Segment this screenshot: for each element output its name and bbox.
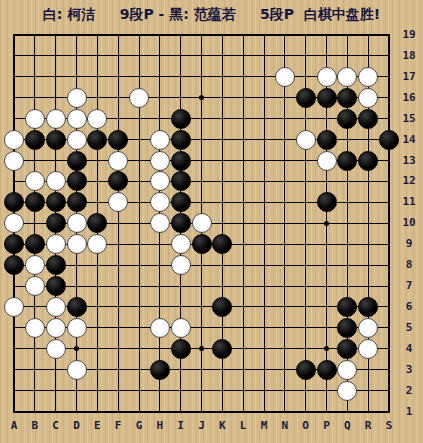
col-label-A: A [3, 419, 25, 432]
row-label-17: 17 [398, 70, 420, 83]
col-label-R: R [357, 419, 379, 432]
stone-white-C12 [46, 171, 66, 191]
col-label-N: N [274, 419, 296, 432]
stone-white-D9 [67, 234, 87, 254]
col-label-E: E [86, 419, 108, 432]
grid-vline [264, 34, 265, 413]
stone-black-Q6 [337, 297, 357, 317]
stone-black-P16 [317, 88, 337, 108]
row-label-2: 2 [398, 384, 420, 397]
stone-black-R6 [358, 297, 378, 317]
col-label-G: G [128, 419, 150, 432]
stone-white-B12 [25, 171, 45, 191]
stone-white-O14 [296, 130, 316, 150]
stone-black-K6 [212, 297, 232, 317]
stone-white-A14 [4, 130, 24, 150]
stone-black-A9 [4, 234, 24, 254]
stone-black-E10 [87, 213, 107, 233]
stone-white-Q2 [337, 381, 357, 401]
stone-white-H14 [150, 130, 170, 150]
row-label-8: 8 [398, 258, 420, 271]
stone-white-H11 [150, 192, 170, 212]
stone-white-I9 [171, 234, 191, 254]
stone-white-G16 [129, 88, 149, 108]
row-label-14: 14 [398, 133, 420, 146]
stone-white-E9 [87, 234, 107, 254]
col-label-H: H [149, 419, 171, 432]
stone-black-R13 [358, 151, 378, 171]
stone-black-D12 [67, 171, 87, 191]
stone-white-D14 [67, 130, 87, 150]
stone-white-H12 [150, 171, 170, 191]
stone-white-B8 [25, 255, 45, 275]
row-label-5: 5 [398, 321, 420, 334]
stone-black-O3 [296, 360, 316, 380]
stone-white-N17 [275, 67, 295, 87]
stone-black-E14 [87, 130, 107, 150]
stone-white-C9 [46, 234, 66, 254]
stone-white-J10 [192, 213, 212, 233]
grid-hline [13, 390, 390, 391]
stone-black-J9 [192, 234, 212, 254]
stone-black-F12 [108, 171, 128, 191]
row-label-19: 19 [398, 28, 420, 41]
stone-black-Q16 [337, 88, 357, 108]
row-label-10: 10 [398, 216, 420, 229]
col-label-M: M [253, 419, 275, 432]
stone-white-P17 [317, 67, 337, 87]
stone-white-Q3 [337, 360, 357, 380]
star-point-P10 [324, 221, 329, 226]
stone-black-Q15 [337, 109, 357, 129]
stone-white-A13 [4, 151, 24, 171]
stone-black-I13 [171, 151, 191, 171]
stone-white-F11 [108, 192, 128, 212]
stone-white-C6 [46, 297, 66, 317]
stone-white-A6 [4, 297, 24, 317]
stone-black-C14 [46, 130, 66, 150]
row-label-6: 6 [398, 300, 420, 313]
stone-white-C4 [46, 339, 66, 359]
row-label-15: 15 [398, 112, 420, 125]
col-label-S: S [378, 419, 400, 432]
stone-white-P13 [317, 151, 337, 171]
go-board[interactable]: ABCDEFGHIJKLMNOPQRS191817161514131211109… [0, 0, 423, 443]
stone-black-S14 [379, 130, 399, 150]
row-label-3: 3 [398, 363, 420, 376]
stone-black-P3 [317, 360, 337, 380]
stone-white-I5 [171, 318, 191, 338]
stone-white-D16 [67, 88, 87, 108]
stone-black-I12 [171, 171, 191, 191]
row-label-16: 16 [398, 91, 420, 104]
stone-white-B7 [25, 276, 45, 296]
stone-black-D11 [67, 192, 87, 212]
stone-white-D15 [67, 109, 87, 129]
grid-hline [13, 286, 390, 287]
row-label-1: 1 [398, 405, 420, 418]
col-label-F: F [107, 419, 129, 432]
grid-vline [243, 34, 244, 413]
stone-black-I15 [171, 109, 191, 129]
stone-white-I8 [171, 255, 191, 275]
stone-black-B11 [25, 192, 45, 212]
stone-black-Q13 [337, 151, 357, 171]
star-point-D4 [74, 346, 79, 351]
stone-black-F14 [108, 130, 128, 150]
grid-hline [13, 265, 390, 266]
stone-white-R4 [358, 339, 378, 359]
stone-white-D10 [67, 213, 87, 233]
col-label-I: I [170, 419, 192, 432]
stone-black-C7 [46, 276, 66, 296]
stone-white-D5 [67, 318, 87, 338]
row-label-12: 12 [398, 174, 420, 187]
row-label-7: 7 [398, 279, 420, 292]
stone-black-K4 [212, 339, 232, 359]
col-label-J: J [191, 419, 213, 432]
stone-black-B9 [25, 234, 45, 254]
stone-black-Q4 [337, 339, 357, 359]
stone-white-H5 [150, 318, 170, 338]
stone-black-Q5 [337, 318, 357, 338]
go-game-window: 白: 柯洁 9段P - 黑: 范蕴若 5段P 白棋中盘胜! ABCDEFGHIJ… [0, 0, 423, 443]
stone-white-H13 [150, 151, 170, 171]
stone-white-E15 [87, 109, 107, 129]
stone-black-A8 [4, 255, 24, 275]
stone-white-R5 [358, 318, 378, 338]
star-point-P4 [324, 346, 329, 351]
row-label-4: 4 [398, 342, 420, 355]
stone-white-C5 [46, 318, 66, 338]
stone-black-P11 [317, 192, 337, 212]
star-point-J4 [199, 346, 204, 351]
stone-white-D3 [67, 360, 87, 380]
col-label-C: C [45, 419, 67, 432]
stone-white-A10 [4, 213, 24, 233]
col-label-P: P [316, 419, 338, 432]
stone-black-K9 [212, 234, 232, 254]
col-label-O: O [295, 419, 317, 432]
stone-black-D13 [67, 151, 87, 171]
stone-black-C10 [46, 213, 66, 233]
col-label-L: L [232, 419, 254, 432]
col-label-D: D [66, 419, 88, 432]
stone-black-I11 [171, 192, 191, 212]
star-point-J16 [199, 95, 204, 100]
stone-black-A11 [4, 192, 24, 212]
stone-black-P14 [317, 130, 337, 150]
stone-white-Q17 [337, 67, 357, 87]
grid-hline [13, 411, 390, 413]
stone-black-I4 [171, 339, 191, 359]
stone-black-I14 [171, 130, 191, 150]
stone-white-R16 [358, 88, 378, 108]
stone-black-C8 [46, 255, 66, 275]
row-label-13: 13 [398, 154, 420, 167]
stone-black-B14 [25, 130, 45, 150]
grid-vline [388, 34, 390, 413]
row-label-9: 9 [398, 237, 420, 250]
stone-black-D6 [67, 297, 87, 317]
stone-black-I10 [171, 213, 191, 233]
stone-black-R15 [358, 109, 378, 129]
stone-white-F13 [108, 151, 128, 171]
stone-white-H10 [150, 213, 170, 233]
col-label-B: B [24, 419, 46, 432]
stone-white-C15 [46, 109, 66, 129]
col-label-K: K [211, 419, 233, 432]
row-label-18: 18 [398, 49, 420, 62]
stone-black-H3 [150, 360, 170, 380]
row-label-11: 11 [398, 195, 420, 208]
col-label-Q: Q [336, 419, 358, 432]
stone-white-R17 [358, 67, 378, 87]
stone-white-B5 [25, 318, 45, 338]
stone-black-O16 [296, 88, 316, 108]
stone-black-C11 [46, 192, 66, 212]
grid-vline [284, 34, 285, 413]
stone-white-B15 [25, 109, 45, 129]
